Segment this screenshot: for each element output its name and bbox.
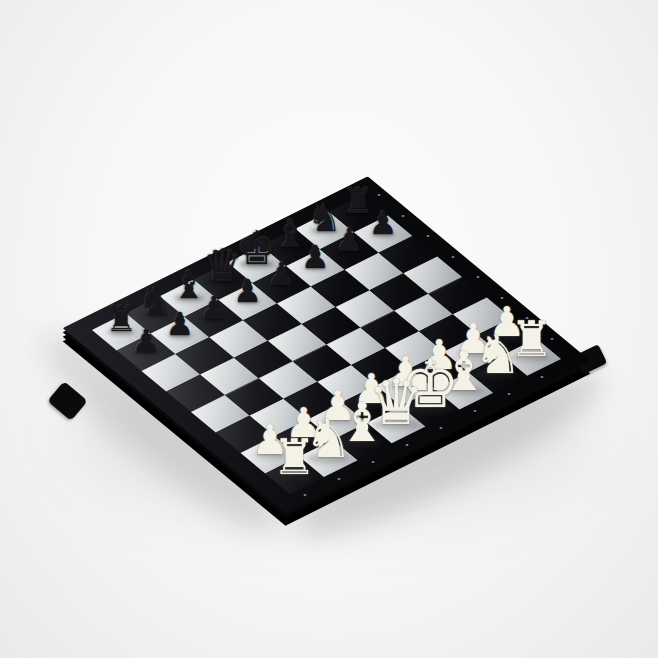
hinge-left [47, 381, 87, 421]
chess-set-photo: ♜♞♝♛♚♝♞♜♟♟♟♟♟♟♟♟♟♟♟♟♟♟♟♟♜♞♝♛♚♝♞♜ [0, 0, 658, 658]
